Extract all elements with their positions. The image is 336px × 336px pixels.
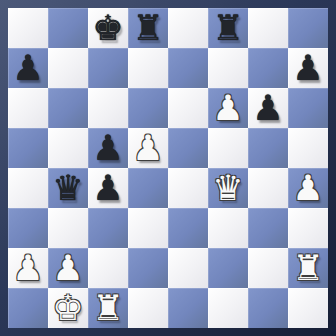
square-g8[interactable]	[248, 8, 288, 48]
white-pawn-a2[interactable]: ♟	[8, 248, 48, 288]
square-h2[interactable]: ♜	[288, 248, 328, 288]
square-f3[interactable]	[208, 208, 248, 248]
black-pawn-h7[interactable]: ♟	[288, 48, 328, 88]
white-rook-c1[interactable]: ♜	[88, 288, 128, 328]
square-h4[interactable]: ♟	[288, 168, 328, 208]
black-queen-b4[interactable]: ♛	[48, 168, 88, 208]
square-c4[interactable]: ♟	[88, 168, 128, 208]
black-rook-f8[interactable]: ♜	[208, 8, 248, 48]
square-e2[interactable]	[168, 248, 208, 288]
square-e8[interactable]	[168, 8, 208, 48]
square-a1[interactable]	[8, 288, 48, 328]
square-a7[interactable]: ♟	[8, 48, 48, 88]
black-king-c8[interactable]: ♚	[88, 8, 128, 48]
square-b3[interactable]	[48, 208, 88, 248]
square-e5[interactable]	[168, 128, 208, 168]
square-b4[interactable]: ♛	[48, 168, 88, 208]
square-c6[interactable]	[88, 88, 128, 128]
square-g6[interactable]: ♟	[248, 88, 288, 128]
black-pawn-g6[interactable]: ♟	[248, 88, 288, 128]
white-pawn-d5[interactable]: ♟	[128, 128, 168, 168]
square-g5[interactable]	[248, 128, 288, 168]
square-h1[interactable]	[288, 288, 328, 328]
square-a5[interactable]	[8, 128, 48, 168]
square-e3[interactable]	[168, 208, 208, 248]
square-c5[interactable]: ♟	[88, 128, 128, 168]
chess-board-frame: ♚♜♜♟♟♟♟♟♟♛♟♛♟♟♟♜♚♜	[0, 0, 336, 336]
square-a8[interactable]	[8, 8, 48, 48]
square-d5[interactable]: ♟	[128, 128, 168, 168]
white-pawn-b2[interactable]: ♟	[48, 248, 88, 288]
white-queen-f4[interactable]: ♛	[208, 168, 248, 208]
square-f1[interactable]	[208, 288, 248, 328]
square-c2[interactable]	[88, 248, 128, 288]
square-d1[interactable]	[128, 288, 168, 328]
square-f8[interactable]: ♜	[208, 8, 248, 48]
square-d6[interactable]	[128, 88, 168, 128]
white-king-b1[interactable]: ♚	[48, 288, 88, 328]
white-pawn-f6[interactable]: ♟	[208, 88, 248, 128]
square-g1[interactable]	[248, 288, 288, 328]
square-a6[interactable]	[8, 88, 48, 128]
square-f4[interactable]: ♛	[208, 168, 248, 208]
square-d3[interactable]	[128, 208, 168, 248]
square-d7[interactable]	[128, 48, 168, 88]
square-c1[interactable]: ♜	[88, 288, 128, 328]
square-d4[interactable]	[128, 168, 168, 208]
black-pawn-c5[interactable]: ♟	[88, 128, 128, 168]
square-f5[interactable]	[208, 128, 248, 168]
square-b2[interactable]: ♟	[48, 248, 88, 288]
square-b5[interactable]	[48, 128, 88, 168]
square-h7[interactable]: ♟	[288, 48, 328, 88]
square-h3[interactable]	[288, 208, 328, 248]
square-a3[interactable]	[8, 208, 48, 248]
square-c7[interactable]	[88, 48, 128, 88]
square-f2[interactable]	[208, 248, 248, 288]
square-b6[interactable]	[48, 88, 88, 128]
square-g3[interactable]	[248, 208, 288, 248]
square-b1[interactable]: ♚	[48, 288, 88, 328]
square-c8[interactable]: ♚	[88, 8, 128, 48]
square-f6[interactable]: ♟	[208, 88, 248, 128]
white-rook-h2[interactable]: ♜	[288, 248, 328, 288]
black-pawn-c4[interactable]: ♟	[88, 168, 128, 208]
square-e6[interactable]	[168, 88, 208, 128]
square-a4[interactable]	[8, 168, 48, 208]
square-e1[interactable]	[168, 288, 208, 328]
square-h5[interactable]	[288, 128, 328, 168]
square-g2[interactable]	[248, 248, 288, 288]
black-rook-d8[interactable]: ♜	[128, 8, 168, 48]
chess-board: ♚♜♜♟♟♟♟♟♟♛♟♛♟♟♟♜♚♜	[8, 8, 328, 328]
square-h8[interactable]	[288, 8, 328, 48]
square-g7[interactable]	[248, 48, 288, 88]
square-c3[interactable]	[88, 208, 128, 248]
square-f7[interactable]	[208, 48, 248, 88]
square-b7[interactable]	[48, 48, 88, 88]
square-d8[interactable]: ♜	[128, 8, 168, 48]
black-pawn-a7[interactable]: ♟	[8, 48, 48, 88]
square-e4[interactable]	[168, 168, 208, 208]
white-pawn-h4[interactable]: ♟	[288, 168, 328, 208]
square-a2[interactable]: ♟	[8, 248, 48, 288]
square-h6[interactable]	[288, 88, 328, 128]
square-b8[interactable]	[48, 8, 88, 48]
square-d2[interactable]	[128, 248, 168, 288]
square-g4[interactable]	[248, 168, 288, 208]
square-e7[interactable]	[168, 48, 208, 88]
